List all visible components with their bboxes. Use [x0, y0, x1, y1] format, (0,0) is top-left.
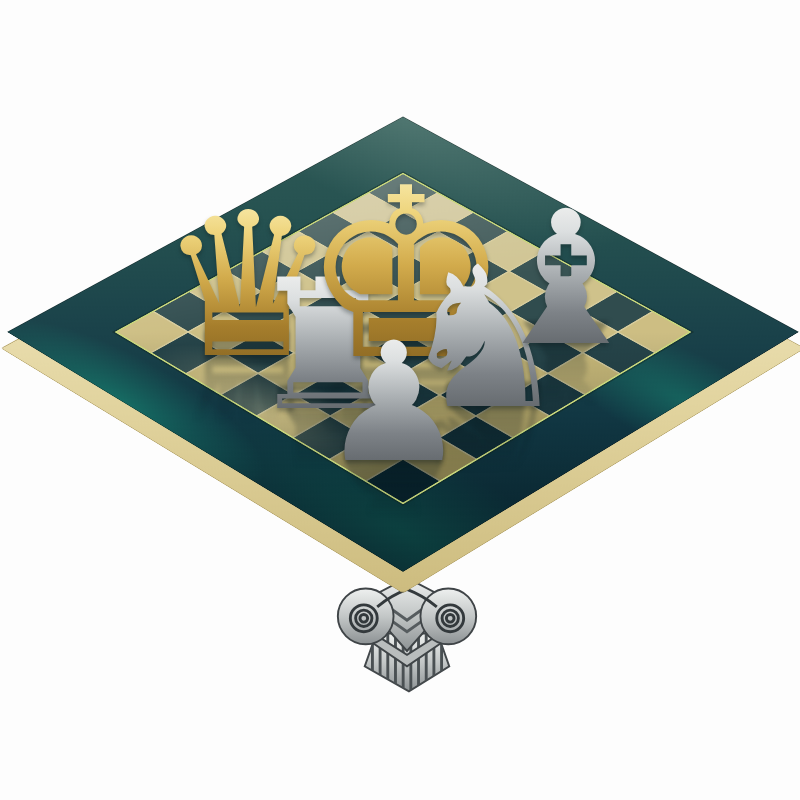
piece-silver-bishop[interactable]: ♝ — [483, 187, 649, 372]
product-photo-stage: ♛ ♜ ♚ ♞ ♝ ♟ ♛ ♜ ♚ ♞ ♝ ♟ — [0, 0, 800, 800]
piece-silver-pawn[interactable]: ♟ — [320, 321, 468, 486]
ionic-column-foot — [334, 574, 480, 701]
